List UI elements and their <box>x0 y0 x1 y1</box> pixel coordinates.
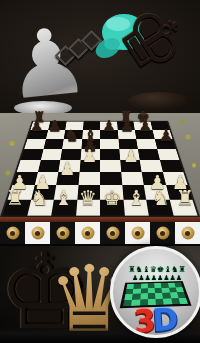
piece-black-p-b7[interactable]: ♟ <box>48 119 62 134</box>
piece-white-q-d1[interactable]: ♛ <box>79 188 97 208</box>
piece-base-icon <box>181 227 194 240</box>
square-f3[interactable] <box>121 172 144 185</box>
mini-back-row: ♜♞♝♛♚♝♞♜ <box>121 266 193 274</box>
white-pawn-icon: ♟ <box>1 14 93 113</box>
piece-white-n-b1[interactable]: ♞ <box>30 188 48 208</box>
square-g6[interactable] <box>136 139 157 149</box>
piece-white-p-d4[interactable]: ♟ <box>82 148 98 165</box>
square-e4[interactable] <box>100 160 121 172</box>
square-e3[interactable] <box>100 172 122 185</box>
app-screenshot: ♟ ♚ ♚ ♛ ♜♞♝♛♚♝♞♜ ♟♟♟♟♟♟♟♟ 3D ♜♜♚♟♟♟♟♟♞♝♟… <box>0 0 200 343</box>
piece-black-n-c6[interactable]: ♞ <box>65 128 79 144</box>
piece-black-p-e7[interactable]: ♟ <box>102 119 116 134</box>
piece-base-icon <box>106 227 119 240</box>
square-h5[interactable] <box>157 149 179 160</box>
piece-white-b-c1[interactable]: ♝ <box>54 188 72 208</box>
piece-white-r-a1[interactable]: ♜ <box>6 188 24 208</box>
piece-white-p-c3[interactable]: ♟ <box>59 160 75 178</box>
piece-base-icon <box>131 227 144 240</box>
piece-white-k-e1[interactable]: ♚ <box>103 188 121 208</box>
king-base <box>128 92 190 110</box>
square-d3[interactable] <box>78 172 100 185</box>
mini-square <box>178 298 188 304</box>
piece-base-icon <box>156 227 169 240</box>
mini-pawn-row: ♟♟♟♟♟♟♟♟ <box>121 275 193 282</box>
tray-square <box>125 222 150 244</box>
promo-banner: ♟ ♚ <box>0 0 200 113</box>
piece-white-b-f1[interactable]: ♝ <box>127 188 145 208</box>
tray-square <box>175 222 200 244</box>
piece-white-r-h1[interactable]: ♜ <box>176 188 194 208</box>
piece-white-p-f4[interactable]: ♟ <box>123 148 139 165</box>
square-h4[interactable] <box>159 160 183 172</box>
logo-3d-text: 3D <box>133 303 179 337</box>
badge-3d-logo: ♜♞♝♛♚♝♞♜ ♟♟♟♟♟♟♟♟ 3D <box>110 246 200 338</box>
piece-black-p-f7[interactable]: ♟ <box>120 119 134 134</box>
square-e5[interactable] <box>100 149 120 160</box>
square-b4[interactable] <box>38 160 61 172</box>
piece-black-p-h6[interactable]: ♟ <box>159 128 173 144</box>
tray-square <box>100 222 125 244</box>
square-b6[interactable] <box>43 139 64 149</box>
piece-black-p-a7[interactable]: ♟ <box>30 119 44 134</box>
piece-black-p-g7[interactable]: ♟ <box>138 119 152 134</box>
square-e6[interactable] <box>100 139 119 149</box>
piece-white-n-g1[interactable]: ♞ <box>152 188 170 208</box>
logo-d: D <box>151 300 179 338</box>
tray-square <box>150 222 175 244</box>
